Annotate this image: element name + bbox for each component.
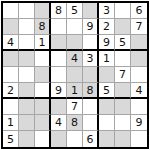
cell-r6c8[interactable] [115, 83, 131, 99]
cell-r3c7[interactable]: 9 [99, 35, 115, 51]
cell-r9c7[interactable] [99, 131, 115, 147]
cell-r9c9[interactable] [131, 131, 147, 147]
cell-r8c4[interactable]: 4 [51, 115, 67, 131]
cell-r2c9[interactable]: 7 [131, 19, 147, 35]
cell-r3c5[interactable] [67, 35, 83, 51]
cell-r8c9[interactable]: 9 [131, 115, 147, 131]
cell-r2c4[interactable] [51, 19, 67, 35]
cell-r1c2[interactable] [19, 3, 35, 19]
sudoku-board: 85368927419543172918547148956 [1, 1, 149, 149]
cell-r3c9[interactable] [131, 35, 147, 51]
cell-r2c3[interactable]: 8 [35, 19, 51, 35]
cell-r7c9[interactable] [131, 99, 147, 115]
cell-r2c6[interactable]: 9 [83, 19, 99, 35]
cell-r4c8[interactable] [115, 51, 131, 67]
cell-r1c1[interactable] [3, 3, 19, 19]
cell-r4c3[interactable] [35, 51, 51, 67]
cell-r4c9[interactable] [131, 51, 147, 67]
cell-r4c4[interactable] [51, 51, 67, 67]
cell-r9c2[interactable] [19, 131, 35, 147]
cell-r7c7[interactable] [99, 99, 115, 115]
cell-r7c5[interactable]: 7 [67, 99, 83, 115]
cell-r1c6[interactable] [83, 3, 99, 19]
cell-r4c5[interactable]: 4 [67, 51, 83, 67]
cell-r6c4[interactable]: 9 [51, 83, 67, 99]
cell-r6c9[interactable]: 4 [131, 83, 147, 99]
cell-r5c5[interactable] [67, 67, 83, 83]
cell-r8c3[interactable] [35, 115, 51, 131]
cell-r9c5[interactable] [67, 131, 83, 147]
cell-r7c8[interactable] [115, 99, 131, 115]
cell-r3c2[interactable] [19, 35, 35, 51]
cell-r6c6[interactable]: 8 [83, 83, 99, 99]
cell-r8c6[interactable] [83, 115, 99, 131]
cell-r7c6[interactable] [83, 99, 99, 115]
cell-r3c8[interactable]: 5 [115, 35, 131, 51]
cell-r4c7[interactable]: 1 [99, 51, 115, 67]
cell-r1c3[interactable] [35, 3, 51, 19]
cell-r7c4[interactable] [51, 99, 67, 115]
cell-r8c7[interactable] [99, 115, 115, 131]
cell-r3c3[interactable]: 1 [35, 35, 51, 51]
cell-r9c6[interactable]: 6 [83, 131, 99, 147]
cell-r6c7[interactable]: 5 [99, 83, 115, 99]
cell-r5c6[interactable] [83, 67, 99, 83]
cell-r5c1[interactable] [3, 67, 19, 83]
cell-r1c7[interactable]: 3 [99, 3, 115, 19]
cell-r2c1[interactable] [3, 19, 19, 35]
cell-r9c1[interactable]: 5 [3, 131, 19, 147]
cell-r2c5[interactable] [67, 19, 83, 35]
cell-r5c4[interactable] [51, 67, 67, 83]
cell-r1c9[interactable]: 6 [131, 3, 147, 19]
cell-r5c2[interactable] [19, 67, 35, 83]
cell-r4c2[interactable] [19, 51, 35, 67]
cell-r9c3[interactable] [35, 131, 51, 147]
cell-r6c2[interactable] [19, 83, 35, 99]
cell-r5c9[interactable] [131, 67, 147, 83]
cell-r9c4[interactable] [51, 131, 67, 147]
cell-r1c5[interactable]: 5 [67, 3, 83, 19]
cell-r7c1[interactable] [3, 99, 19, 115]
cell-r8c5[interactable]: 8 [67, 115, 83, 131]
cell-r8c2[interactable] [19, 115, 35, 131]
cell-r2c7[interactable]: 2 [99, 19, 115, 35]
cell-r5c7[interactable] [99, 67, 115, 83]
cell-r2c8[interactable] [115, 19, 131, 35]
cell-r4c6[interactable]: 3 [83, 51, 99, 67]
cell-r1c4[interactable]: 8 [51, 3, 67, 19]
cell-r6c3[interactable] [35, 83, 51, 99]
cell-r9c8[interactable] [115, 131, 131, 147]
cell-r5c3[interactable] [35, 67, 51, 83]
cell-r8c1[interactable]: 1 [3, 115, 19, 131]
cell-r6c1[interactable]: 2 [3, 83, 19, 99]
cell-r5c8[interactable]: 7 [115, 67, 131, 83]
cell-r2c2[interactable] [19, 19, 35, 35]
cell-r7c2[interactable] [19, 99, 35, 115]
cell-r1c8[interactable] [115, 3, 131, 19]
cell-r7c3[interactable] [35, 99, 51, 115]
cell-r8c8[interactable] [115, 115, 131, 131]
cell-r3c1[interactable]: 4 [3, 35, 19, 51]
cell-r4c1[interactable] [3, 51, 19, 67]
cell-r6c5[interactable]: 1 [67, 83, 83, 99]
cell-r3c6[interactable] [83, 35, 99, 51]
cell-r3c4[interactable] [51, 35, 67, 51]
